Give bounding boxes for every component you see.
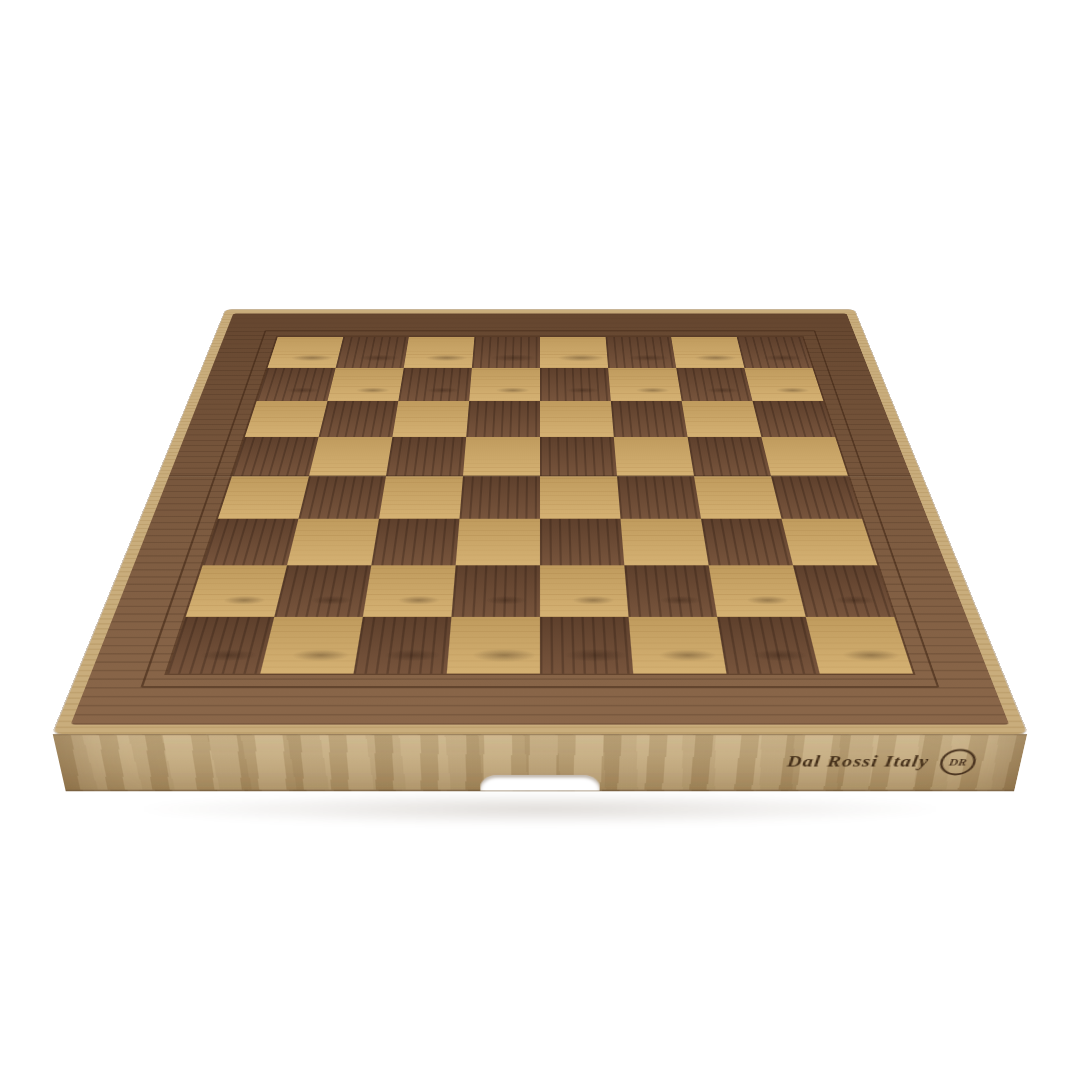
- finger-notch: [480, 775, 600, 791]
- brand: Dal Rossi Italy DR: [785, 749, 978, 775]
- rook-glyph: ♜: [793, 507, 927, 649]
- square-h3[interactable]: [245, 401, 328, 437]
- pawn-glyph: ♟: [739, 290, 830, 386]
- board-front-edge: Dal Rossi Italy DR: [53, 734, 1027, 791]
- square-g3[interactable]: [319, 401, 399, 437]
- square-a3[interactable]: [752, 401, 835, 437]
- product-photo: Dal Rossi Italy DR ♜♞♝♚♛♝♞♜♟♟♟♟♟♟♟♟♟♟♟♟♟…: [0, 0, 1080, 1080]
- brand-logo-icon: DR: [938, 749, 978, 775]
- square-b3[interactable]: [682, 401, 762, 437]
- floor-shadow: [130, 792, 950, 826]
- chess-board: Dal Rossi Italy DR ♜♞♝♚♛♝♞♜♟♟♟♟♟♟♟♟♟♟♟♟♟…: [53, 310, 1027, 735]
- brand-label: Dal Rossi Italy: [786, 754, 931, 771]
